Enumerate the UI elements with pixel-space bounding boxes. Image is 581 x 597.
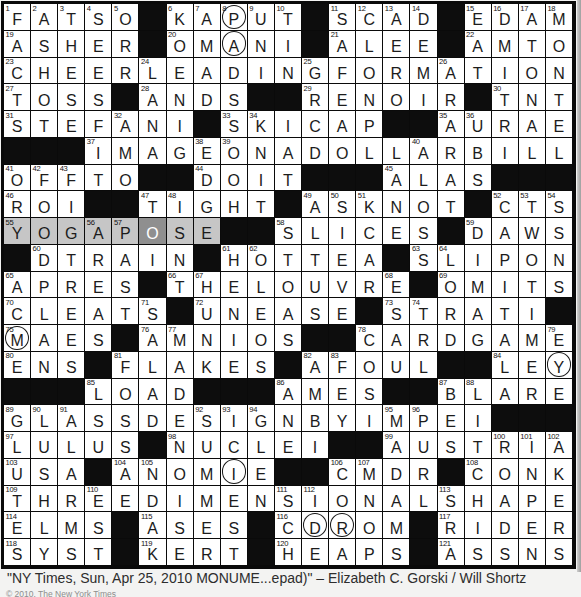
cell-r20c21[interactable]: R [546,512,573,539]
cell-r11c9[interactable]: E [221,272,248,299]
cell-r14c15[interactable]: U [383,352,410,379]
cell-r19c12[interactable]: 112I [302,486,329,513]
crossword-grid[interactable]: 1F2A3T4S5O6K7A8P9U10T11S12C13A14D15E16D1… [4,4,573,566]
cell-r4c19[interactable]: 30T [492,84,519,111]
cell-r6c9[interactable]: 39O [221,138,248,165]
cell-r21c19[interactable]: S [492,539,519,566]
cell-r6c21[interactable]: L [546,138,573,165]
cell-r18c18[interactable]: 108C [465,459,492,486]
cell-r4c12[interactable]: 29R [302,84,329,111]
cell-r12c20[interactable]: I [519,298,546,325]
cell-r19c1[interactable]: 109T [4,486,31,513]
cell-r8c12[interactable]: 49A [302,191,329,218]
cell-r6c11[interactable]: A [275,138,302,165]
cell-r15c14[interactable]: S [356,379,383,406]
cell-r2c21[interactable]: O [546,31,573,58]
cell-r21c4[interactable]: T [85,539,112,566]
cell-r14c14[interactable]: O [356,352,383,379]
cell-r1c10[interactable]: 9U [248,4,275,31]
cell-r3c7[interactable]: E [167,58,194,85]
cell-r7c11[interactable]: T [275,165,302,192]
cell-r4c21[interactable]: T [546,84,573,111]
cell-r13c10[interactable]: O [248,325,275,352]
cell-r5c3[interactable]: E [58,111,85,138]
cell-r7c15[interactable]: 45A [383,165,410,192]
cell-r20c7[interactable]: S [167,512,194,539]
cell-r1c8[interactable]: 7A [194,4,221,31]
cell-r21c21[interactable]: S [546,539,573,566]
cell-r16c1[interactable]: 89G [4,405,31,432]
cell-r10c18[interactable]: I [465,245,492,272]
cell-r13c15[interactable]: A [383,325,410,352]
cell-r4c20[interactable]: N [519,84,546,111]
cell-r6c18[interactable]: B [465,138,492,165]
cell-r3c16[interactable]: M [410,58,437,85]
cell-r1c1[interactable]: 1F [4,4,31,31]
cell-r19c7[interactable]: I [167,486,194,513]
cell-r16c9[interactable]: 93I [221,405,248,432]
cell-r2c13[interactable]: 21A [329,31,356,58]
cell-r19c18[interactable]: H [465,486,492,513]
cell-r17c9[interactable]: C [221,432,248,459]
cell-r5c11[interactable]: I [275,111,302,138]
cell-r1c4[interactable]: 4S [85,4,112,31]
cell-r6c6[interactable]: A [139,138,166,165]
cell-r18c1[interactable]: 103U [4,459,31,486]
cell-r17c19[interactable]: 100R [492,432,519,459]
cell-r5c14[interactable]: P [356,111,383,138]
cell-r18c16[interactable]: R [410,459,437,486]
cell-r2c14[interactable]: L [356,31,383,58]
cell-r8c13[interactable]: 50S [329,191,356,218]
cell-r16c17[interactable]: E [438,405,465,432]
cell-r9c16[interactable]: S [410,218,437,245]
cell-r3c15[interactable]: R [383,58,410,85]
cell-r3c19[interactable]: I [492,58,519,85]
cell-r8c17[interactable]: T [438,191,465,218]
cell-r20c17[interactable]: 117R [438,512,465,539]
cell-r9c11[interactable]: 58S [275,218,302,245]
cell-r21c15[interactable]: S [383,539,410,566]
cell-r21c8[interactable]: R [194,539,221,566]
cell-r16c11[interactable]: N [275,405,302,432]
cell-r12c5[interactable]: T [112,298,139,325]
cell-r10c17[interactable]: 64L [438,245,465,272]
cell-r11c3[interactable]: R [58,272,85,299]
cell-r8c2[interactable]: O [31,191,58,218]
cell-r8c20[interactable]: 53T [519,191,546,218]
cell-r5c17[interactable]: 35A [438,111,465,138]
cell-r13c21[interactable]: 79E [546,325,573,352]
cell-r19c21[interactable]: E [546,486,573,513]
cell-r3c13[interactable]: F [329,58,356,85]
cell-r13c3[interactable]: E [58,325,85,352]
cell-r13c20[interactable]: M [519,325,546,352]
cell-r4c8[interactable]: D [194,84,221,111]
cell-r17c1[interactable]: 97L [4,432,31,459]
cell-r17c8[interactable]: U [194,432,221,459]
cell-r1c20[interactable]: 17A [519,4,546,31]
cell-r6c5[interactable]: M [112,138,139,165]
cell-r9c2[interactable]: O [31,218,58,245]
cell-r18c21[interactable]: K [546,459,573,486]
cell-r4c2[interactable]: O [31,84,58,111]
cell-r8c1[interactable]: 46R [4,191,31,218]
cell-r19c8[interactable]: M [194,486,221,513]
cell-r2c16[interactable]: E [410,31,437,58]
cell-r5c7[interactable]: I [167,111,194,138]
cell-r17c3[interactable]: L [58,432,85,459]
cell-r12c2[interactable]: L [31,298,58,325]
cell-r6c10[interactable]: N [248,138,275,165]
cell-r20c14[interactable]: O [356,512,383,539]
cell-r15c7[interactable]: D [167,379,194,406]
cell-r1c3[interactable]: 3T [58,4,85,31]
cell-r13c6[interactable]: 76A [139,325,166,352]
cell-r17c16[interactable]: U [410,432,437,459]
cell-r15c18[interactable]: 88L [465,379,492,406]
cell-r12c10[interactable]: E [248,298,275,325]
cell-r13c11[interactable]: S [275,325,302,352]
cell-r3c14[interactable]: O [356,58,383,85]
cell-r6c4[interactable]: 37I [85,138,112,165]
cell-r12c11[interactable]: A [275,298,302,325]
cell-r3c4[interactable]: E [85,58,112,85]
cell-r16c5[interactable]: S [112,405,139,432]
cell-r19c3[interactable]: R [58,486,85,513]
cell-r12c3[interactable]: E [58,298,85,325]
cell-r6c19[interactable]: I [492,138,519,165]
cell-r12c8[interactable]: 72U [194,298,221,325]
cell-r9c12[interactable]: L [302,218,329,245]
cell-r11c20[interactable]: T [519,272,546,299]
cell-r5c1[interactable]: 31S [4,111,31,138]
cell-r19c17[interactable]: 113S [438,486,465,513]
cell-r13c18[interactable]: G [465,325,492,352]
cell-r20c20[interactable]: E [519,512,546,539]
cell-r12c13[interactable]: E [329,298,356,325]
cell-r20c1[interactable]: 114E [4,512,31,539]
cell-r18c5[interactable]: 104A [112,459,139,486]
cell-r19c5[interactable]: E [112,486,139,513]
cell-r17c18[interactable]: T [465,432,492,459]
cell-r8c14[interactable]: 51K [356,191,383,218]
cell-r15c13[interactable]: E [329,379,356,406]
cell-r7c5[interactable]: O [112,165,139,192]
cell-r19c10[interactable]: N [248,486,275,513]
cell-r21c20[interactable]: N [519,539,546,566]
cell-r4c3[interactable]: S [58,84,85,111]
cell-r3c8[interactable]: A [194,58,221,85]
cell-r21c7[interactable]: E [167,539,194,566]
cell-r1c2[interactable]: 2A [31,4,58,31]
cell-r20c12[interactable]: D [302,512,329,539]
cell-r1c7[interactable]: 6K [167,4,194,31]
cell-r19c13[interactable]: O [329,486,356,513]
cell-r2c3[interactable]: H [58,31,85,58]
cell-r17c12[interactable]: I [302,432,329,459]
cell-r6c17[interactable]: R [438,138,465,165]
cell-r18c19[interactable]: O [492,459,519,486]
cell-r7c1[interactable]: 41O [4,165,31,192]
cell-r19c4[interactable]: 110E [85,486,112,513]
cell-r19c11[interactable]: 111S [275,486,302,513]
cell-r12c17[interactable]: R [438,298,465,325]
cell-r16c4[interactable]: S [85,405,112,432]
cell-r21c3[interactable]: S [58,539,85,566]
cell-r7c4[interactable]: T [85,165,112,192]
cell-r6c7[interactable]: G [167,138,194,165]
cell-r15c4[interactable]: 85L [85,379,112,406]
cell-r9c5[interactable]: 57P [112,218,139,245]
cell-r9c8[interactable]: E [194,218,221,245]
cell-r6c13[interactable]: O [329,138,356,165]
cell-r6c16[interactable]: 40A [410,138,437,165]
cell-r3c9[interactable]: D [221,58,248,85]
cell-r12c4[interactable]: A [85,298,112,325]
cell-r10c2[interactable]: 60D [31,245,58,272]
cell-r2c9[interactable]: A [221,31,248,58]
cell-r4c16[interactable]: I [410,84,437,111]
cell-r3c21[interactable]: N [546,58,573,85]
cell-r5c5[interactable]: 32A [112,111,139,138]
cell-r21c2[interactable]: Y [31,539,58,566]
cell-r17c7[interactable]: 98N [167,432,194,459]
cell-r15c19[interactable]: A [492,379,519,406]
cell-r4c4[interactable]: S [85,84,112,111]
cell-r3c1[interactable]: 23C [4,58,31,85]
cell-r3c11[interactable]: N [275,58,302,85]
cell-r19c20[interactable]: P [519,486,546,513]
cell-r10c11[interactable]: T [275,245,302,272]
cell-r10c9[interactable]: 61H [221,245,248,272]
cell-r11c7[interactable]: 66T [167,272,194,299]
cell-r20c15[interactable]: M [383,512,410,539]
cell-r21c6[interactable]: 119K [139,539,166,566]
cell-r16c16[interactable]: 96P [410,405,437,432]
cell-r14c19[interactable]: 84L [492,352,519,379]
cell-r13c7[interactable]: 77M [167,325,194,352]
cell-r20c2[interactable]: L [31,512,58,539]
cell-r21c17[interactable]: 121A [438,539,465,566]
cell-r10c13[interactable]: E [329,245,356,272]
cell-r12c6[interactable]: 71S [139,298,166,325]
cell-r14c9[interactable]: E [221,352,248,379]
cell-r20c18[interactable]: I [465,512,492,539]
cell-r16c7[interactable]: E [167,405,194,432]
cell-r4c13[interactable]: E [329,84,356,111]
cell-r1c15[interactable]: 13A [383,4,410,31]
cell-r1c11[interactable]: 10T [275,4,302,31]
cell-r15c12[interactable]: M [302,379,329,406]
cell-r9c13[interactable]: I [329,218,356,245]
cell-r8c15[interactable]: N [383,191,410,218]
cell-r2c1[interactable]: 19A [4,31,31,58]
cell-r3c18[interactable]: T [465,58,492,85]
cell-r11c5[interactable]: S [112,272,139,299]
cell-r13c8[interactable]: N [194,325,221,352]
cell-r18c6[interactable]: 105N [139,459,166,486]
cell-r9c1[interactable]: 55Y [4,218,31,245]
cell-r4c6[interactable]: 28A [139,84,166,111]
cell-r21c18[interactable]: S [465,539,492,566]
cell-r1c9[interactable]: 8P [221,4,248,31]
cell-r16c18[interactable]: I [465,405,492,432]
cell-r16c2[interactable]: 90L [31,405,58,432]
cell-r11c19[interactable]: I [492,272,519,299]
cell-r16c3[interactable]: 91A [58,405,85,432]
cell-r12c12[interactable]: S [302,298,329,325]
cell-r2c8[interactable]: M [194,31,221,58]
cell-r5c4[interactable]: F [85,111,112,138]
cell-r18c3[interactable]: A [58,459,85,486]
cell-r20c11[interactable]: 116C [275,512,302,539]
cell-r9c20[interactable]: W [519,218,546,245]
cell-r14c13[interactable]: 83F [329,352,356,379]
cell-r3c17[interactable]: 26A [438,58,465,85]
cell-r5c12[interactable]: C [302,111,329,138]
cell-r15c17[interactable]: 87B [438,379,465,406]
cell-r11c8[interactable]: 67H [194,272,221,299]
cell-r5c2[interactable]: T [31,111,58,138]
cell-r6c20[interactable]: L [519,138,546,165]
cell-r14c6[interactable]: L [139,352,166,379]
cell-r11c14[interactable]: R [356,272,383,299]
cell-r12c15[interactable]: 73S [383,298,410,325]
cell-r17c11[interactable]: E [275,432,302,459]
cell-r11c18[interactable]: M [465,272,492,299]
cell-r2c5[interactable]: R [112,31,139,58]
cell-r8c21[interactable]: 54S [546,191,573,218]
cell-r16c13[interactable]: Y [329,405,356,432]
cell-r12c1[interactable]: 70C [4,298,31,325]
cell-r13c17[interactable]: D [438,325,465,352]
cell-r9c21[interactable]: S [546,218,573,245]
cell-r10c10[interactable]: 62O [248,245,275,272]
cell-r11c4[interactable]: E [85,272,112,299]
cell-r13c1[interactable]: 75M [4,325,31,352]
cell-r1c21[interactable]: 18M [546,4,573,31]
cell-r9c3[interactable]: G [58,218,85,245]
cell-r10c16[interactable]: 63S [410,245,437,272]
cell-r20c3[interactable]: M [58,512,85,539]
cell-r5c21[interactable]: E [546,111,573,138]
cell-r4c9[interactable]: S [221,84,248,111]
cell-r13c4[interactable]: S [85,325,112,352]
cell-r20c13[interactable]: R [329,512,356,539]
cell-r10c12[interactable]: T [302,245,329,272]
cell-r21c12[interactable]: E [302,539,329,566]
cell-r11c12[interactable]: U [302,272,329,299]
cell-r12c19[interactable]: T [492,298,519,325]
cell-r14c5[interactable]: 81F [112,352,139,379]
cell-r18c20[interactable]: N [519,459,546,486]
cell-r1c19[interactable]: 16D [492,4,519,31]
cell-r12c18[interactable]: A [465,298,492,325]
cell-r7c10[interactable]: I [248,165,275,192]
cell-r8c19[interactable]: 52C [492,191,519,218]
cell-r18c10[interactable]: E [248,459,275,486]
cell-r10c6[interactable]: I [139,245,166,272]
cell-r8c16[interactable]: O [410,191,437,218]
cell-r19c2[interactable]: H [31,486,58,513]
cell-r2c2[interactable]: S [31,31,58,58]
cell-r3c6[interactable]: 24L [139,58,166,85]
cell-r6c14[interactable]: L [356,138,383,165]
cell-r9c7[interactable]: S [167,218,194,245]
cell-r14c20[interactable]: E [519,352,546,379]
cell-r14c7[interactable]: A [167,352,194,379]
cell-r18c9[interactable]: I [221,459,248,486]
cell-r2c7[interactable]: 20O [167,31,194,58]
cell-r8c9[interactable]: H [221,191,248,218]
cell-r20c19[interactable]: D [492,512,519,539]
cell-r16c15[interactable]: 95M [383,405,410,432]
cell-r17c2[interactable]: U [31,432,58,459]
cell-r21c14[interactable]: P [356,539,383,566]
cell-r2c10[interactable]: N [248,31,275,58]
cell-r19c6[interactable]: D [139,486,166,513]
cell-r17c10[interactable]: L [248,432,275,459]
cell-r11c21[interactable]: S [546,272,573,299]
cell-r1c18[interactable]: 15E [465,4,492,31]
cell-r11c17[interactable]: 69O [438,272,465,299]
cell-r18c13[interactable]: 106C [329,459,356,486]
cell-r11c10[interactable]: L [248,272,275,299]
cell-r5c6[interactable]: N [139,111,166,138]
cell-r9c14[interactable]: C [356,218,383,245]
cell-r3c10[interactable]: I [248,58,275,85]
cell-r19c9[interactable]: E [221,486,248,513]
cell-r13c9[interactable]: I [221,325,248,352]
cell-r14c8[interactable]: K [194,352,221,379]
cell-r15c21[interactable]: E [546,379,573,406]
cell-r7c2[interactable]: 42F [31,165,58,192]
cell-r15c11[interactable]: 86A [275,379,302,406]
cell-r5c18[interactable]: 36U [465,111,492,138]
cell-r20c9[interactable]: S [221,512,248,539]
cell-r14c21[interactable]: Y [546,352,573,379]
cell-r10c4[interactable]: R [85,245,112,272]
cell-r11c11[interactable]: O [275,272,302,299]
cell-r2c4[interactable]: E [85,31,112,58]
cell-r9c18[interactable]: 59D [465,218,492,245]
cell-r1c14[interactable]: 12C [356,4,383,31]
cell-r1c13[interactable]: 11S [329,4,356,31]
cell-r12c16[interactable]: 74T [410,298,437,325]
cell-r4c17[interactable]: R [438,84,465,111]
cell-r10c7[interactable]: N [167,245,194,272]
cell-r9c6[interactable]: O [139,218,166,245]
cell-r17c17[interactable]: S [438,432,465,459]
cell-r21c13[interactable]: A [329,539,356,566]
cell-r3c12[interactable]: 25G [302,58,329,85]
cell-r17c20[interactable]: 101I [519,432,546,459]
cell-r21c1[interactable]: 118S [4,539,31,566]
cell-r1c16[interactable]: 14D [410,4,437,31]
cell-r18c15[interactable]: D [383,459,410,486]
cell-r7c16[interactable]: L [410,165,437,192]
cell-r10c21[interactable]: N [546,245,573,272]
cell-r2c19[interactable]: M [492,31,519,58]
cell-r9c19[interactable]: A [492,218,519,245]
cell-r4c7[interactable]: N [167,84,194,111]
cell-r7c18[interactable]: S [465,165,492,192]
cell-r3c3[interactable]: E [58,58,85,85]
cell-r3c20[interactable]: O [519,58,546,85]
cell-r5c10[interactable]: 34K [248,111,275,138]
cell-r16c12[interactable]: B [302,405,329,432]
